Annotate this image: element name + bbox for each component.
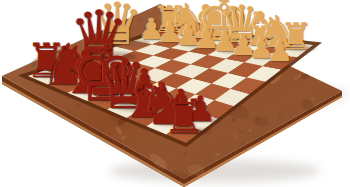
piece-shadow xyxy=(109,39,150,46)
piece-shadow xyxy=(164,29,190,34)
piece-shadow xyxy=(177,128,210,134)
piece-shadow xyxy=(94,93,148,103)
piece-shadow xyxy=(221,49,242,53)
chess-set-product-photo: ♜♞♝♟♚♟♛♛♝♟♞♟♜♟♟♟♛♟♟♜♟♞♟♟♝♟♚♟♛♟♝♟♞♜ xyxy=(0,0,350,187)
piece-shadow xyxy=(79,74,104,78)
piece-shadow xyxy=(184,43,205,47)
piece-shadow xyxy=(195,118,220,122)
piece-shadow xyxy=(116,102,163,110)
piece-shadow xyxy=(276,59,297,63)
piece-shadow xyxy=(202,46,223,50)
piece-shadow xyxy=(89,52,136,60)
chess-board xyxy=(0,0,350,187)
piece-shadow xyxy=(59,67,84,71)
piece-shadow xyxy=(176,110,201,114)
piece-shadow xyxy=(98,82,123,86)
piece-shadow xyxy=(77,87,119,95)
